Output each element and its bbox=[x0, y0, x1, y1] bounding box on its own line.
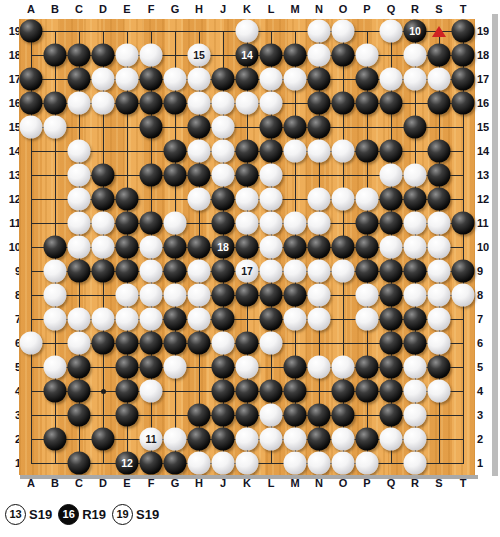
white-stone-S8[interactable] bbox=[428, 284, 451, 307]
coord-label-row-16-left: 16 bbox=[1, 96, 21, 110]
caption-white-stone-19: 19 bbox=[112, 504, 133, 525]
white-stone-D16[interactable] bbox=[92, 92, 115, 115]
black-stone-R19[interactable]: 10 bbox=[404, 20, 427, 43]
white-stone-H12[interactable] bbox=[188, 188, 211, 211]
black-stone-D18[interactable] bbox=[92, 44, 115, 67]
white-stone-O19[interactable] bbox=[332, 20, 355, 43]
black-stone-F17[interactable] bbox=[140, 68, 163, 91]
black-stone-R15[interactable] bbox=[404, 116, 427, 139]
white-stone-S17[interactable] bbox=[428, 68, 451, 91]
coord-label-row-13-left: 13 bbox=[1, 168, 21, 182]
white-stone-P18[interactable] bbox=[356, 44, 379, 67]
black-stone-L4[interactable] bbox=[260, 380, 283, 403]
white-stone-K9[interactable]: 17 bbox=[236, 260, 259, 283]
black-stone-N2[interactable] bbox=[308, 428, 331, 451]
black-stone-J9[interactable] bbox=[212, 260, 235, 283]
white-stone-D10[interactable] bbox=[92, 236, 115, 259]
black-stone-B16[interactable] bbox=[44, 92, 67, 115]
white-stone-E8[interactable] bbox=[116, 284, 139, 307]
black-stone-S13[interactable] bbox=[428, 164, 451, 187]
white-stone-A15[interactable] bbox=[20, 116, 43, 139]
black-stone-D13[interactable] bbox=[92, 164, 115, 187]
white-stone-M1[interactable] bbox=[284, 452, 307, 475]
white-stone-Q2[interactable] bbox=[380, 428, 403, 451]
white-stone-G2[interactable] bbox=[164, 428, 187, 451]
white-stone-R2[interactable] bbox=[404, 428, 427, 451]
black-stone-O10[interactable] bbox=[332, 236, 355, 259]
black-stone-K6[interactable] bbox=[236, 332, 259, 355]
white-stone-O2[interactable] bbox=[332, 428, 355, 451]
white-stone-L3[interactable] bbox=[260, 404, 283, 427]
white-stone-J1[interactable] bbox=[212, 452, 235, 475]
white-stone-R13[interactable] bbox=[404, 164, 427, 187]
coord-label-col-G: G bbox=[163, 2, 187, 16]
black-stone-F11[interactable] bbox=[140, 212, 163, 235]
white-stone-H18[interactable]: 15 bbox=[188, 44, 211, 67]
black-stone-P2[interactable] bbox=[356, 428, 379, 451]
black-stone-G14[interactable] bbox=[164, 140, 187, 163]
white-stone-C12[interactable] bbox=[68, 188, 91, 211]
black-stone-Q16[interactable] bbox=[380, 92, 403, 115]
black-stone-C1[interactable] bbox=[68, 452, 91, 475]
black-stone-K18[interactable]: 14 bbox=[236, 44, 259, 67]
white-stone-G11[interactable] bbox=[164, 212, 187, 235]
black-stone-E9[interactable] bbox=[116, 260, 139, 283]
black-stone-E10[interactable] bbox=[116, 236, 139, 259]
black-stone-M18[interactable] bbox=[284, 44, 307, 67]
white-stone-K2[interactable] bbox=[236, 428, 259, 451]
black-stone-E12[interactable] bbox=[116, 188, 139, 211]
coord-label-row-6-left: 6 bbox=[1, 336, 21, 350]
black-stone-P4[interactable] bbox=[356, 380, 379, 403]
black-stone-C3[interactable] bbox=[68, 404, 91, 427]
white-stone-F9[interactable] bbox=[140, 260, 163, 283]
black-stone-R7[interactable] bbox=[404, 308, 427, 331]
white-stone-L13[interactable] bbox=[260, 164, 283, 187]
black-stone-S5[interactable] bbox=[428, 356, 451, 379]
coord-label-col-Q: Q bbox=[379, 2, 403, 16]
black-stone-J10[interactable]: 18 bbox=[212, 236, 235, 259]
black-stone-C18[interactable] bbox=[68, 44, 91, 67]
white-stone-C10[interactable] bbox=[68, 236, 91, 259]
white-stone-Q19[interactable] bbox=[380, 20, 403, 43]
white-stone-J14[interactable] bbox=[212, 140, 235, 163]
black-stone-M4[interactable] bbox=[284, 380, 307, 403]
black-stone-N3[interactable] bbox=[308, 404, 331, 427]
black-stone-Q14[interactable] bbox=[380, 140, 403, 163]
black-stone-Q8[interactable] bbox=[380, 284, 403, 307]
white-stone-S7[interactable] bbox=[428, 308, 451, 331]
white-stone-Q10[interactable] bbox=[380, 236, 403, 259]
caption-point-text: R19 bbox=[82, 507, 109, 522]
white-stone-L16[interactable] bbox=[260, 92, 283, 115]
black-stone-Q9[interactable] bbox=[380, 260, 403, 283]
coord-label-col-N: N bbox=[307, 2, 331, 16]
white-stone-J13[interactable] bbox=[212, 164, 235, 187]
white-stone-M9[interactable] bbox=[284, 260, 307, 283]
black-stone-O16[interactable] bbox=[332, 92, 355, 115]
black-stone-G13[interactable] bbox=[164, 164, 187, 187]
black-stone-M3[interactable] bbox=[284, 404, 307, 427]
white-stone-N9[interactable] bbox=[308, 260, 331, 283]
black-stone-J5[interactable] bbox=[212, 356, 235, 379]
black-stone-L8[interactable] bbox=[260, 284, 283, 307]
black-stone-E16[interactable] bbox=[116, 92, 139, 115]
coord-label-col-R: R bbox=[403, 2, 427, 16]
white-stone-M7[interactable] bbox=[284, 308, 307, 331]
coord-label-col-F: F bbox=[139, 2, 163, 16]
black-stone-K4[interactable] bbox=[236, 380, 259, 403]
black-stone-O3[interactable] bbox=[332, 404, 355, 427]
coord-label-row-1-left: 1 bbox=[1, 456, 21, 470]
black-stone-Q12[interactable] bbox=[380, 188, 403, 211]
black-stone-P9[interactable] bbox=[356, 260, 379, 283]
coord-label-col-E: E bbox=[115, 2, 139, 16]
white-stone-O5[interactable] bbox=[332, 356, 355, 379]
coord-label-row-3-left: 3 bbox=[1, 408, 21, 422]
black-stone-F6[interactable] bbox=[140, 332, 163, 355]
move-number-label: 12 bbox=[121, 458, 133, 469]
white-stone-L9[interactable] bbox=[260, 260, 283, 283]
black-stone-K10[interactable] bbox=[236, 236, 259, 259]
move-number-label: 10 bbox=[409, 26, 421, 37]
white-stone-N7[interactable] bbox=[308, 308, 331, 331]
white-stone-E17[interactable] bbox=[116, 68, 139, 91]
black-stone-E4[interactable] bbox=[116, 380, 139, 403]
black-stone-T16[interactable] bbox=[452, 92, 475, 115]
white-stone-N8[interactable] bbox=[308, 284, 331, 307]
move-number-label: 18 bbox=[217, 242, 229, 253]
coord-label-row-9-left: 9 bbox=[1, 264, 21, 278]
move-number-label: 14 bbox=[241, 50, 253, 61]
white-stone-C6[interactable] bbox=[68, 332, 91, 355]
black-stone-K13[interactable] bbox=[236, 164, 259, 187]
white-stone-N19[interactable] bbox=[308, 20, 331, 43]
black-stone-B10[interactable] bbox=[44, 236, 67, 259]
white-stone-C16[interactable] bbox=[68, 92, 91, 115]
white-stone-K16[interactable] bbox=[236, 92, 259, 115]
black-stone-H6[interactable] bbox=[188, 332, 211, 355]
black-stone-N15[interactable] bbox=[308, 116, 331, 139]
white-stone-O14[interactable] bbox=[332, 140, 355, 163]
caption-point-text: S19 bbox=[136, 507, 162, 522]
black-stone-G10[interactable] bbox=[164, 236, 187, 259]
black-stone-T19[interactable] bbox=[452, 20, 475, 43]
white-stone-S4[interactable] bbox=[428, 380, 451, 403]
black-stone-K14[interactable] bbox=[236, 140, 259, 163]
black-stone-E5[interactable] bbox=[116, 356, 139, 379]
black-stone-O18[interactable] bbox=[332, 44, 355, 67]
white-stone-T8[interactable] bbox=[452, 284, 475, 307]
white-stone-R8[interactable] bbox=[404, 284, 427, 307]
black-stone-K17[interactable] bbox=[236, 68, 259, 91]
black-stone-B2[interactable] bbox=[44, 428, 67, 451]
coord-label-col-D: D bbox=[91, 2, 115, 16]
black-stone-N16[interactable] bbox=[308, 92, 331, 115]
black-stone-Q7[interactable] bbox=[380, 308, 403, 331]
black-stone-G1[interactable] bbox=[164, 452, 187, 475]
white-stone-K5[interactable] bbox=[236, 356, 259, 379]
white-stone-P12[interactable] bbox=[356, 188, 379, 211]
black-stone-M10[interactable] bbox=[284, 236, 307, 259]
black-stone-H2[interactable] bbox=[188, 428, 211, 451]
star-point-D4 bbox=[101, 389, 106, 394]
black-stone-T11[interactable] bbox=[452, 212, 475, 235]
coord-label-col-M: M bbox=[283, 2, 307, 16]
black-stone-C17[interactable] bbox=[68, 68, 91, 91]
white-stone-S9[interactable] bbox=[428, 260, 451, 283]
black-stone-B4[interactable] bbox=[44, 380, 67, 403]
coord-label-row-7-left: 7 bbox=[1, 312, 21, 326]
move-annotation-caption: 13S1916R1919S19 bbox=[5, 503, 162, 525]
white-stone-C11[interactable] bbox=[68, 212, 91, 235]
black-stone-R9[interactable] bbox=[404, 260, 427, 283]
black-stone-H15[interactable] bbox=[188, 116, 211, 139]
white-stone-E7[interactable] bbox=[116, 308, 139, 331]
white-stone-S6[interactable] bbox=[428, 332, 451, 355]
black-stone-E6[interactable] bbox=[116, 332, 139, 355]
white-stone-K1[interactable] bbox=[236, 452, 259, 475]
black-stone-J4[interactable] bbox=[212, 380, 235, 403]
white-stone-D11[interactable] bbox=[92, 212, 115, 235]
black-stone-E3[interactable] bbox=[116, 404, 139, 427]
white-stone-F8[interactable] bbox=[140, 284, 163, 307]
white-stone-M17[interactable] bbox=[284, 68, 307, 91]
white-stone-Q13[interactable] bbox=[380, 164, 403, 187]
coord-label-row-8-left: 8 bbox=[1, 288, 21, 302]
black-stone-S14[interactable] bbox=[428, 140, 451, 163]
black-stone-G7[interactable] bbox=[164, 308, 187, 331]
white-stone-Q17[interactable] bbox=[380, 68, 403, 91]
white-stone-G5[interactable] bbox=[164, 356, 187, 379]
black-stone-J8[interactable] bbox=[212, 284, 235, 307]
coord-label-row-11-left: 11 bbox=[1, 216, 21, 230]
white-stone-R11[interactable] bbox=[404, 212, 427, 235]
coord-label-col-C: C bbox=[67, 2, 91, 16]
black-stone-L7[interactable] bbox=[260, 308, 283, 331]
white-stone-H7[interactable] bbox=[188, 308, 211, 331]
black-stone-H3[interactable] bbox=[188, 404, 211, 427]
black-stone-S12[interactable] bbox=[428, 188, 451, 211]
coord-label-row-18-left: 18 bbox=[1, 48, 21, 62]
black-stone-C5[interactable] bbox=[68, 356, 91, 379]
black-stone-F15[interactable] bbox=[140, 116, 163, 139]
coord-label-col-L: L bbox=[259, 2, 283, 16]
white-stone-K12[interactable] bbox=[236, 188, 259, 211]
black-stone-M8[interactable] bbox=[284, 284, 307, 307]
white-stone-C14[interactable] bbox=[68, 140, 91, 163]
black-stone-N17[interactable] bbox=[308, 68, 331, 91]
black-stone-J3[interactable] bbox=[212, 404, 235, 427]
black-stone-H10[interactable] bbox=[188, 236, 211, 259]
white-stone-N18[interactable] bbox=[308, 44, 331, 67]
white-stone-M14[interactable] bbox=[284, 140, 307, 163]
black-stone-Q3[interactable] bbox=[380, 404, 403, 427]
white-stone-K19[interactable] bbox=[236, 20, 259, 43]
white-stone-E18[interactable] bbox=[116, 44, 139, 67]
black-stone-C9[interactable] bbox=[68, 260, 91, 283]
black-stone-G6[interactable] bbox=[164, 332, 187, 355]
coord-label-row-19-left: 19 bbox=[1, 24, 21, 38]
white-stone-L2[interactable] bbox=[260, 428, 283, 451]
coord-label-col-T: T bbox=[451, 2, 475, 16]
black-stone-P16[interactable] bbox=[356, 92, 379, 115]
white-stone-R1[interactable] bbox=[404, 452, 427, 475]
black-stone-G9[interactable] bbox=[164, 260, 187, 283]
coord-label-col-K: K bbox=[235, 2, 259, 16]
black-stone-F5[interactable] bbox=[140, 356, 163, 379]
white-stone-G8[interactable] bbox=[164, 284, 187, 307]
white-stone-F10[interactable] bbox=[140, 236, 163, 259]
white-stone-A6[interactable] bbox=[20, 332, 43, 355]
black-stone-T18[interactable] bbox=[452, 44, 475, 67]
black-stone-D2[interactable] bbox=[92, 428, 115, 451]
black-stone-Q4[interactable] bbox=[380, 380, 403, 403]
black-stone-F1[interactable] bbox=[140, 452, 163, 475]
coord-label-row-17-left: 17 bbox=[1, 72, 21, 86]
black-stone-J7[interactable] bbox=[212, 308, 235, 331]
white-stone-J16[interactable] bbox=[212, 92, 235, 115]
white-stone-M11[interactable] bbox=[284, 212, 307, 235]
white-stone-R5[interactable] bbox=[404, 356, 427, 379]
black-stone-Q5[interactable] bbox=[380, 356, 403, 379]
black-stone-M5[interactable] bbox=[284, 356, 307, 379]
white-stone-O9[interactable] bbox=[332, 260, 355, 283]
black-stone-A19[interactable] bbox=[20, 20, 43, 43]
black-stone-R12[interactable] bbox=[404, 188, 427, 211]
coord-label-col-P: P bbox=[355, 2, 379, 16]
white-stone-R18[interactable] bbox=[404, 44, 427, 67]
white-stone-S10[interactable] bbox=[428, 236, 451, 259]
white-stone-N1[interactable] bbox=[308, 452, 331, 475]
coord-label-col-S: S bbox=[427, 2, 451, 16]
white-stone-N14[interactable] bbox=[308, 140, 331, 163]
black-stone-A16[interactable] bbox=[20, 92, 43, 115]
black-stone-N10[interactable] bbox=[308, 236, 331, 259]
black-stone-S16[interactable] bbox=[428, 92, 451, 115]
black-stone-Q6[interactable] bbox=[380, 332, 403, 355]
white-stone-H8[interactable] bbox=[188, 284, 211, 307]
white-stone-H14[interactable] bbox=[188, 140, 211, 163]
black-stone-J2[interactable] bbox=[212, 428, 235, 451]
black-stone-M15[interactable] bbox=[284, 116, 307, 139]
white-stone-P1[interactable] bbox=[356, 452, 379, 475]
black-stone-J17[interactable] bbox=[212, 68, 235, 91]
black-stone-E1[interactable]: 12 bbox=[116, 452, 139, 475]
black-stone-P14[interactable] bbox=[356, 140, 379, 163]
black-stone-Q11[interactable] bbox=[380, 212, 403, 235]
white-stone-B9[interactable] bbox=[44, 260, 67, 283]
black-stone-L15[interactable] bbox=[260, 116, 283, 139]
go-board[interactable]: 10151418171112 bbox=[19, 19, 475, 475]
white-stone-O12[interactable] bbox=[332, 188, 355, 211]
move-number-label: 17 bbox=[241, 266, 253, 277]
white-stone-J6[interactable] bbox=[212, 332, 235, 355]
black-stone-F13[interactable] bbox=[140, 164, 163, 187]
white-stone-C7[interactable] bbox=[68, 308, 91, 331]
white-stone-J15[interactable] bbox=[212, 116, 235, 139]
black-stone-D6[interactable] bbox=[92, 332, 115, 355]
white-stone-R3[interactable] bbox=[404, 404, 427, 427]
white-stone-H16[interactable] bbox=[188, 92, 211, 115]
white-stone-N11[interactable] bbox=[308, 212, 331, 235]
black-stone-K8[interactable] bbox=[236, 284, 259, 307]
white-stone-C13[interactable] bbox=[68, 164, 91, 187]
white-stone-K11[interactable] bbox=[236, 212, 259, 235]
move-number-label: 15 bbox=[193, 50, 205, 61]
white-stone-S11[interactable] bbox=[428, 212, 451, 235]
black-stone-F16[interactable] bbox=[140, 92, 163, 115]
black-stone-P5[interactable] bbox=[356, 356, 379, 379]
white-stone-L17[interactable] bbox=[260, 68, 283, 91]
black-stone-P17[interactable] bbox=[356, 68, 379, 91]
black-stone-P11[interactable] bbox=[356, 212, 379, 235]
black-stone-S18[interactable] bbox=[428, 44, 451, 67]
black-stone-J11[interactable] bbox=[212, 212, 235, 235]
black-stone-D12[interactable] bbox=[92, 188, 115, 211]
white-stone-D7[interactable] bbox=[92, 308, 115, 331]
black-stone-J12[interactable] bbox=[212, 188, 235, 211]
white-stone-F2[interactable]: 11 bbox=[140, 428, 163, 451]
move-number-label: 11 bbox=[145, 434, 156, 445]
white-stone-F4[interactable] bbox=[140, 380, 163, 403]
white-stone-R17[interactable] bbox=[404, 68, 427, 91]
black-stone-K3[interactable] bbox=[236, 404, 259, 427]
white-stone-B8[interactable] bbox=[44, 284, 67, 307]
black-stone-A17[interactable] bbox=[20, 68, 43, 91]
white-stone-F7[interactable] bbox=[140, 308, 163, 331]
black-stone-T9[interactable] bbox=[452, 260, 475, 283]
coord-label-col-B: B bbox=[43, 2, 67, 16]
white-stone-N5[interactable] bbox=[308, 356, 331, 379]
white-stone-H9[interactable] bbox=[188, 260, 211, 283]
white-stone-H1[interactable] bbox=[188, 452, 211, 475]
black-stone-T17[interactable] bbox=[452, 68, 475, 91]
black-stone-R6[interactable] bbox=[404, 332, 427, 355]
white-stone-D17[interactable] bbox=[92, 68, 115, 91]
black-stone-D9[interactable] bbox=[92, 260, 115, 283]
black-stone-H13[interactable] bbox=[188, 164, 211, 187]
white-stone-L11[interactable] bbox=[260, 212, 283, 235]
white-stone-R4[interactable] bbox=[404, 380, 427, 403]
white-stone-R10[interactable] bbox=[404, 236, 427, 259]
black-stone-B18[interactable] bbox=[44, 44, 67, 67]
black-stone-O4[interactable] bbox=[332, 380, 355, 403]
black-stone-L14[interactable] bbox=[260, 140, 283, 163]
white-stone-B7[interactable] bbox=[44, 308, 67, 331]
white-stone-L10[interactable] bbox=[260, 236, 283, 259]
white-stone-H17[interactable] bbox=[188, 68, 211, 91]
white-stone-N12[interactable] bbox=[308, 188, 331, 211]
white-stone-P7[interactable] bbox=[356, 308, 379, 331]
white-stone-P8[interactable] bbox=[356, 284, 379, 307]
white-stone-L12[interactable] bbox=[260, 188, 283, 211]
white-stone-M2[interactable] bbox=[284, 428, 307, 451]
white-stone-G17[interactable] bbox=[164, 68, 187, 91]
white-stone-O1[interactable] bbox=[332, 452, 355, 475]
coord-label-col-A: A bbox=[19, 2, 43, 16]
black-stone-G16[interactable] bbox=[164, 92, 187, 115]
white-stone-B5[interactable] bbox=[44, 356, 67, 379]
white-stone-F18[interactable] bbox=[140, 44, 163, 67]
white-stone-L6[interactable] bbox=[260, 332, 283, 355]
black-stone-E11[interactable] bbox=[116, 212, 139, 235]
black-stone-L18[interactable] bbox=[260, 44, 283, 67]
white-stone-B15[interactable] bbox=[44, 116, 67, 139]
black-stone-C4[interactable] bbox=[68, 380, 91, 403]
black-stone-P10[interactable] bbox=[356, 236, 379, 259]
caption-point-text: S19 bbox=[29, 507, 55, 522]
